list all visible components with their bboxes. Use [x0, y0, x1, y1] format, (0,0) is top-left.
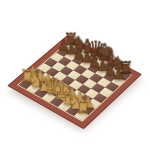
piece-black-pawn[interactable]: ♟ [112, 67, 122, 82]
board-grid: ♜♞♝♛♚♝♞♜♟♟♟♟♟♟♟♟♟♟♟♟♟♟♟♟♜♞♝♛♚♝♞♜ [17, 42, 132, 122]
piece-white-rook[interactable]: ♜ [75, 98, 85, 117]
chess-board: ♜♞♝♛♚♝♞♜♟♟♟♟♟♟♟♟♟♟♟♟♟♟♟♟♜♞♝♛♚♝♞♜ [7, 35, 142, 129]
square-h1[interactable]: ♜ [74, 110, 89, 120]
photo-background: ♜♞♝♛♚♝♞♜♟♟♟♟♟♟♟♟♟♟♟♟♟♟♟♟♜♞♝♛♚♝♞♜ [0, 0, 150, 150]
